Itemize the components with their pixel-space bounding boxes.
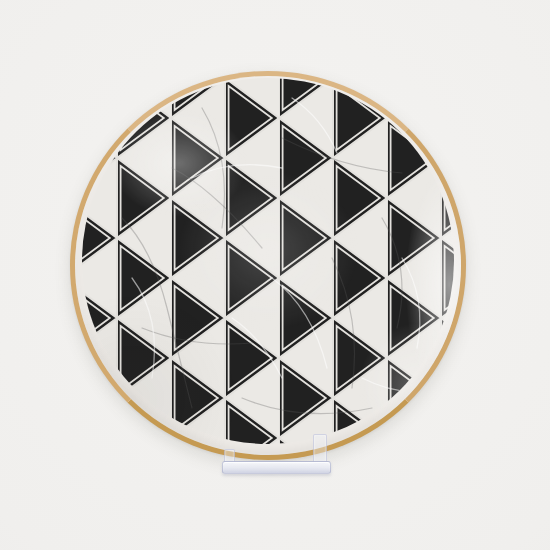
mosaic-pattern-svg (82, 78, 454, 444)
stand-right-clip (313, 434, 327, 464)
plate-face (75, 76, 461, 455)
triangle-mosaic-pattern (82, 78, 454, 444)
stand-base (222, 461, 331, 474)
photo-background (0, 0, 550, 550)
plate (70, 71, 466, 460)
